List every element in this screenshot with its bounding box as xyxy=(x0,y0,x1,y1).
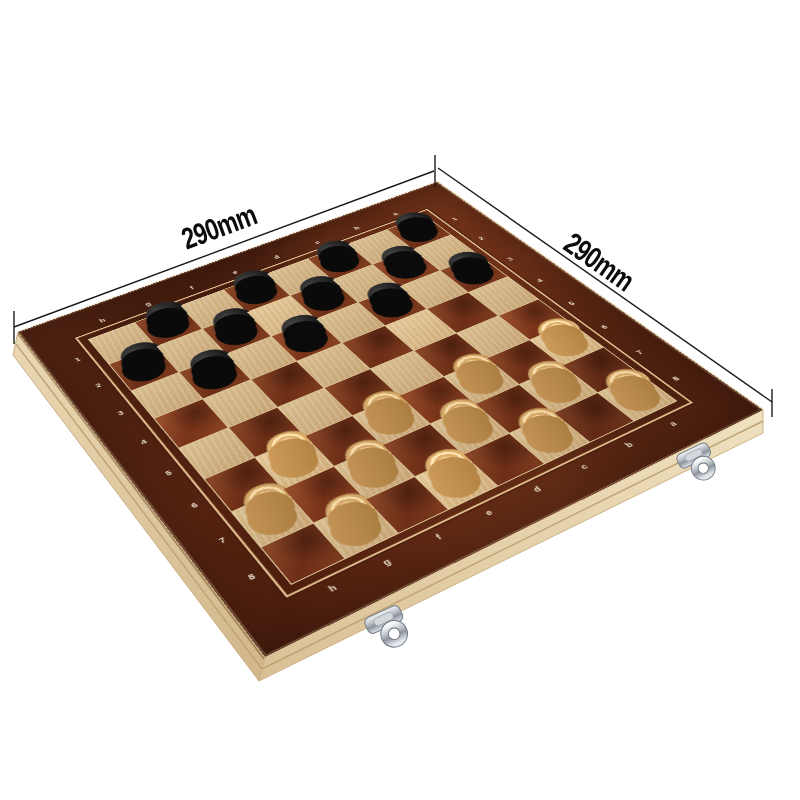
latch-hook-icon-bottom[interactable] xyxy=(363,604,414,656)
latch-hook-icon-right[interactable] xyxy=(675,441,721,487)
dimension-line-left xyxy=(14,171,434,327)
product-photo-canvas: hgfedcba hgfedcba 12345678 12345678 ⛂⛂⛂⛂… xyxy=(0,0,800,800)
annotation-overlay xyxy=(0,0,800,800)
